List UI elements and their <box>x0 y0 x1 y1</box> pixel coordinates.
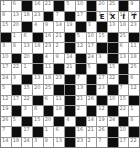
grid-cell[interactable]: 5 <box>76 33 86 43</box>
cell-number: 26 <box>2 117 8 122</box>
grid-cell[interactable]: 6 <box>119 43 129 53</box>
block-cell <box>87 106 97 116</box>
cell-number: 8 <box>130 117 133 122</box>
grid-cell[interactable]: 14 <box>1 138 11 148</box>
cell-number: 19 <box>2 106 8 111</box>
grid-cell[interactable]: 17 <box>97 75 107 85</box>
cell-number: 12 <box>77 43 83 48</box>
cell-number: 3 <box>34 138 37 143</box>
cell-number: 18 <box>23 12 29 17</box>
grid-cell[interactable]: 12 <box>97 106 107 116</box>
grid-cell[interactable]: 13 <box>108 22 118 32</box>
block-cell <box>97 64 107 74</box>
block-cell <box>65 96 75 106</box>
grid-cell[interactable]: 5 <box>1 85 11 95</box>
cell-number: 12 <box>2 96 8 101</box>
cell-number: 17 <box>98 75 104 80</box>
grid-cell[interactable]: 11 <box>44 64 54 74</box>
cell-number: 13 <box>13 12 19 17</box>
block-cell <box>22 22 32 32</box>
grid-cell[interactable]: 19 <box>12 138 22 148</box>
cell-number: 20 <box>98 1 104 6</box>
cell-number: 21 <box>45 1 51 6</box>
cell-number: 4 <box>66 117 69 122</box>
grid-cell[interactable]: 7 <box>97 138 107 148</box>
cell-number: 20 <box>13 22 19 27</box>
cell-number: 1 <box>23 64 26 69</box>
block-cell <box>12 127 22 137</box>
block-cell <box>33 96 43 106</box>
cell-number: 5 <box>77 33 80 38</box>
grid-cell[interactable]: 7 <box>76 75 86 85</box>
block-cell <box>33 54 43 64</box>
grid-cell[interactable]: 1 <box>12 33 22 43</box>
grid-cell[interactable]: 13 <box>76 85 86 95</box>
grid-cell[interactable]: 20 <box>22 54 32 64</box>
block-cell <box>33 127 43 137</box>
cell-number: 21 <box>66 64 72 69</box>
grid-cell[interactable]: 22 <box>108 75 118 85</box>
cell-number: 18 <box>55 106 61 111</box>
block-cell <box>76 64 86 74</box>
grid-cell[interactable]: 21 <box>76 96 86 106</box>
cell-number: 24 <box>109 117 115 122</box>
block-cell <box>119 117 129 127</box>
grid-cell[interactable]: 18 <box>44 75 54 85</box>
grid-cell[interactable]: 6 <box>54 127 64 137</box>
grid-cell[interactable]: 2 <box>76 106 86 116</box>
grid-cell[interactable]: 1 <box>129 106 139 116</box>
cell-number: 18 <box>130 54 136 59</box>
cell-number: 21 <box>77 96 83 101</box>
grid-cell[interactable]: 14 <box>54 22 64 32</box>
grid-cell[interactable]: 22 <box>12 64 22 74</box>
grid-cell[interactable]: 12 <box>129 85 139 95</box>
cell-number: 18 <box>45 75 51 80</box>
grid-cell[interactable]: 16 <box>33 1 43 11</box>
block-cell <box>54 117 64 127</box>
block-cell <box>108 33 118 43</box>
grid-cell[interactable]: 26 <box>87 96 97 106</box>
block-cell <box>76 117 86 127</box>
grid-cell[interactable]: 11 <box>54 96 64 106</box>
grid-cell[interactable]: 5 <box>87 64 97 74</box>
grid-cell[interactable]: 25 <box>119 33 129 43</box>
block-cell <box>97 43 107 53</box>
grid-cell[interactable]: 17 <box>1 64 11 74</box>
grid-cell[interactable]: 24 <box>22 138 32 148</box>
cell-number: 5 <box>2 85 5 90</box>
grid-cell[interactable]: 10 <box>119 127 129 137</box>
block-cell <box>12 54 22 64</box>
cell-number: 10 <box>120 127 126 132</box>
block-cell <box>87 75 97 85</box>
block-cell <box>108 54 118 64</box>
cell-number: 16 <box>34 1 40 6</box>
block-cell <box>97 22 107 32</box>
grid-cell[interactable]: 23 <box>54 75 64 85</box>
cell-number: 17 <box>88 43 94 48</box>
cell-number: 18 <box>34 43 40 48</box>
cell-number: 12 <box>98 106 104 111</box>
grid-cell[interactable]: 13 <box>54 138 64 148</box>
grid-cell[interactable]: 14 <box>87 117 97 127</box>
cell-number: 3 <box>13 75 16 80</box>
grid-cell[interactable]: 16 <box>44 33 54 43</box>
cell-number: 17 <box>120 138 126 143</box>
grid-cell[interactable]: 12 <box>76 43 86 53</box>
cell-number: 3 <box>88 22 91 27</box>
cell-number: 10 <box>88 33 94 38</box>
cell-number: 18 <box>120 22 126 27</box>
cell-number: 22 <box>23 96 29 101</box>
block-cell <box>65 106 75 116</box>
crossword-grid: 1616215102025981318237171E6X11I16T152049… <box>0 0 140 148</box>
grid-cell[interactable]: 3 <box>33 138 43 148</box>
cell-number: 8 <box>13 43 16 48</box>
cell-number: 25 <box>45 85 51 90</box>
block-cell <box>129 33 139 43</box>
block-cell <box>65 75 75 85</box>
cell-number: 7 <box>2 127 5 132</box>
cell-number: 1 <box>13 33 16 38</box>
block-cell <box>65 138 75 148</box>
cell-number: 23 <box>77 138 83 143</box>
grid-cell[interactable]: 23 <box>129 22 139 32</box>
cell-number: 23 <box>98 85 104 90</box>
grid-cell[interactable]: 13 <box>119 54 129 64</box>
cell-number: 26 <box>98 127 104 132</box>
grid-cell[interactable]: 17 <box>76 12 86 22</box>
block-cell <box>129 96 139 106</box>
grid-cell[interactable]: 18 <box>129 54 139 64</box>
grid-cell[interactable]: 23 <box>44 43 54 53</box>
grid-cell[interactable]: 10 <box>76 1 86 11</box>
grid-cell[interactable]: 10 <box>87 33 97 43</box>
grid-cell[interactable]: 3 <box>97 54 107 64</box>
block-cell <box>22 75 32 85</box>
cell-number: 13 <box>109 22 115 27</box>
cell-number: 13 <box>120 54 126 59</box>
cell-number: 15 <box>2 22 8 27</box>
cell-number: 19 <box>98 117 104 122</box>
grid-cell[interactable]: 10 <box>1 54 11 64</box>
cell-number: 24 <box>88 54 94 59</box>
grid-cell[interactable]: 8 <box>33 106 43 116</box>
cell-number: 14 <box>2 138 8 143</box>
grid-cell[interactable]: 16 <box>76 127 86 137</box>
grid-cell[interactable]: 3 <box>12 75 22 85</box>
grid-cell[interactable]: 15 <box>22 85 32 95</box>
cell-number: 13 <box>23 43 29 48</box>
grid-cell[interactable]: 25 <box>108 1 118 11</box>
grid-cell[interactable]: 26 <box>97 127 107 137</box>
grid-cell[interactable]: 6 <box>129 75 139 85</box>
cell-number: 13 <box>77 85 83 90</box>
cell-number: 5 <box>88 64 91 69</box>
grid-cell[interactable]: 19 <box>1 106 11 116</box>
grid-cell[interactable]: 21 <box>54 33 64 43</box>
grid-cell[interactable]: 23 <box>76 138 86 148</box>
block-cell <box>65 12 75 22</box>
grid-cell[interactable]: 17 <box>22 127 32 137</box>
cell-number: 7 <box>98 138 101 143</box>
grid-cell[interactable]: 17 <box>12 96 22 106</box>
grid-cell[interactable]: 6 <box>12 1 22 11</box>
block-cell <box>1 33 11 43</box>
grid-cell[interactable]: 2 <box>87 138 97 148</box>
cell-number: 3 <box>98 54 101 59</box>
grid-cell[interactable]: 4 <box>65 117 75 127</box>
grid-cell[interactable]: 18 <box>54 106 64 116</box>
grid-cell[interactable]: 15 <box>97 33 107 43</box>
grid-cell[interactable]: 26 <box>1 117 11 127</box>
grid-cell[interactable]: 12 <box>1 96 11 106</box>
grid-cell[interactable]: 22 <box>22 96 32 106</box>
cell-number: 9 <box>130 1 133 6</box>
cell-number: 9 <box>55 54 58 59</box>
cell-number: 24 <box>2 75 8 80</box>
grid-cell[interactable]: 24 <box>1 75 11 85</box>
cell-number: 9 <box>45 22 48 27</box>
cell-number: 22 <box>130 138 136 143</box>
grid-cell[interactable]: 13 <box>22 43 32 53</box>
cell-number: 23 <box>45 43 51 48</box>
cell-number: 6 <box>45 96 48 101</box>
cell-number: 8 <box>45 138 48 143</box>
cell-number: 16 <box>77 127 83 132</box>
grid-cell[interactable]: 8 <box>129 117 139 127</box>
cell-number: 8 <box>34 106 37 111</box>
grid-cell[interactable]: 11I <box>119 12 129 22</box>
cell-number: 23 <box>55 75 61 80</box>
grid-cell[interactable]: 5 <box>65 1 75 11</box>
cell-number: 25 <box>120 33 126 38</box>
grid-cell[interactable]: 24 <box>87 54 97 64</box>
cell-number: 13 <box>34 75 40 80</box>
grid-cell[interactable]: 7 <box>119 85 129 95</box>
grid-cell[interactable]: 21 <box>87 127 97 137</box>
grid-cell[interactable]: 15 <box>1 22 11 32</box>
grid-cell[interactable]: 17 <box>119 138 129 148</box>
cell-number: 21 <box>88 127 94 132</box>
block-cell <box>108 106 118 116</box>
cell-number: 22 <box>109 75 115 80</box>
grid-cell[interactable]: 9 <box>54 54 64 64</box>
cell-number: 15 <box>98 33 104 38</box>
cell-number: 14 <box>88 117 94 122</box>
block-cell <box>119 64 129 74</box>
grid-cell[interactable]: 5 <box>12 117 22 127</box>
grid-cell[interactable]: 18 <box>119 22 129 32</box>
starter-letter: I <box>119 14 129 22</box>
cell-number: 1 <box>130 106 133 111</box>
grid-cell[interactable]: 1 <box>1 1 11 11</box>
cell-number: 6 <box>55 127 58 132</box>
grid-cell[interactable]: 22 <box>119 106 129 116</box>
block-cell <box>65 33 75 43</box>
block-cell <box>33 64 43 74</box>
grid-cell[interactable]: 21 <box>65 64 75 74</box>
grid-cell[interactable]: 15 <box>119 96 129 106</box>
grid-cell[interactable]: 8 <box>44 138 54 148</box>
cell-number: 22 <box>13 64 19 69</box>
grid-cell[interactable]: 8 <box>12 43 22 53</box>
cell-number: 23 <box>130 22 136 27</box>
block-cell <box>65 85 75 95</box>
starter-letter: E <box>97 14 107 22</box>
cell-number: 23 <box>34 12 40 17</box>
grid-cell[interactable]: 20 <box>12 22 22 32</box>
cell-number: 25 <box>130 64 136 69</box>
block-cell <box>129 127 139 137</box>
block-cell <box>54 64 64 74</box>
grid-cell[interactable]: 20 <box>33 85 43 95</box>
cell-number: 20 <box>45 117 51 122</box>
grid-cell[interactable]: 11 <box>129 43 139 53</box>
grid-cell[interactable]: 8 <box>1 12 11 22</box>
cell-number: 4 <box>34 22 37 27</box>
block-cell <box>119 75 129 85</box>
cell-number: 21 <box>55 33 61 38</box>
grid-cell[interactable]: 25 <box>129 64 139 74</box>
block-cell <box>44 106 54 116</box>
grid-cell[interactable]: 23 <box>33 12 43 22</box>
cell-number: 20 <box>34 85 40 90</box>
grid-cell[interactable]: 7 <box>54 12 64 22</box>
grid-cell[interactable]: 4 <box>33 22 43 32</box>
cell-number: 1 <box>45 127 48 132</box>
cell-number: 16 <box>45 33 51 38</box>
cell-number: 24 <box>23 138 29 143</box>
block-cell <box>22 1 32 11</box>
grid-cell[interactable]: 19 <box>65 22 75 32</box>
cell-number: 20 <box>23 54 29 59</box>
cell-number: 3 <box>23 106 26 111</box>
grid-cell[interactable]: 9 <box>44 22 54 32</box>
grid-cell[interactable]: 16T <box>129 12 139 22</box>
grid-cell[interactable]: 2 <box>54 43 64 53</box>
block-cell <box>54 1 64 11</box>
cell-number: 15 <box>120 96 126 101</box>
grid-cell[interactable]: 6 <box>44 96 54 106</box>
grid-cell[interactable]: 15 <box>33 117 43 127</box>
block-cell <box>65 43 75 53</box>
grid-cell[interactable]: 9 <box>129 1 139 11</box>
grid-cell[interactable]: 6 <box>22 33 32 43</box>
grid-cell[interactable]: 4 <box>44 54 54 64</box>
grid-cell[interactable]: 21 <box>44 1 54 11</box>
cell-number: 17 <box>23 127 29 132</box>
cell-number: 7 <box>120 85 123 90</box>
block-cell <box>22 117 32 127</box>
grid-cell[interactable]: 19 <box>97 117 107 127</box>
block-cell <box>65 127 75 137</box>
cell-number: 22 <box>120 106 126 111</box>
grid-cell[interactable]: 20 <box>44 117 54 127</box>
cell-number: 5 <box>66 1 69 6</box>
grid-cell[interactable]: 18 <box>33 43 43 53</box>
cell-number: 6 <box>23 33 26 38</box>
grid-cell[interactable]: 13 <box>12 12 22 22</box>
cell-number: 10 <box>77 1 83 6</box>
grid-cell[interactable]: 18 <box>22 12 32 22</box>
block-cell <box>54 85 64 95</box>
block-cell <box>12 106 22 116</box>
cell-number: 3 <box>2 43 5 48</box>
cell-number: 6 <box>130 75 133 80</box>
grid-cell[interactable]: 17 <box>87 43 97 53</box>
block-cell <box>108 85 118 95</box>
cell-number: 2 <box>88 138 91 143</box>
grid-cell[interactable]: 25 <box>44 85 54 95</box>
cell-number: 17 <box>13 96 19 101</box>
cell-number: 10 <box>2 54 8 59</box>
cell-number: 14 <box>55 22 61 27</box>
cell-number: 1 <box>2 1 5 6</box>
grid-cell[interactable]: 20 <box>97 1 107 11</box>
grid-cell[interactable]: 7 <box>1 127 11 137</box>
grid-cell[interactable]: 3 <box>87 22 97 32</box>
grid-cell[interactable]: 13 <box>33 75 43 85</box>
cell-number: 14 <box>66 54 72 59</box>
cell-number: 17 <box>77 12 83 17</box>
grid-cell[interactable]: 1E <box>97 12 107 22</box>
cell-number: 5 <box>13 117 16 122</box>
grid-cell[interactable]: 14 <box>65 54 75 64</box>
starter-letter: T <box>129 14 139 22</box>
cell-number: 7 <box>77 75 80 80</box>
cell-number: 11 <box>130 43 136 48</box>
block-cell <box>76 54 86 64</box>
cell-number: 26 <box>88 96 94 101</box>
grid-cell[interactable]: 22 <box>129 138 139 148</box>
block-cell <box>87 85 97 95</box>
grid-cell[interactable]: 1 <box>22 64 32 74</box>
cell-number: 7 <box>55 12 58 17</box>
cell-number: 11 <box>45 64 51 69</box>
cell-number: 2 <box>77 106 80 111</box>
grid-cell[interactable]: 6X <box>108 12 118 22</box>
cell-number: 15 <box>34 117 40 122</box>
grid-cell[interactable]: 10 <box>108 96 118 106</box>
block-cell <box>108 43 118 53</box>
grid-cell[interactable]: 23 <box>97 85 107 95</box>
block-cell <box>76 22 86 32</box>
block-cell <box>108 138 118 148</box>
grid-cell[interactable]: 1 <box>44 127 54 137</box>
block-cell <box>87 1 97 11</box>
cell-number: 19 <box>13 138 19 143</box>
grid-cell[interactable]: 3 <box>22 106 32 116</box>
cell-number: 10 <box>109 96 115 101</box>
cell-number: 8 <box>2 12 5 17</box>
block-cell <box>33 33 43 43</box>
grid-cell[interactable]: 15 <box>108 64 118 74</box>
block-cell <box>12 85 22 95</box>
block-cell <box>44 12 54 22</box>
cell-number: 13 <box>55 138 61 143</box>
cell-number: 2 <box>55 43 58 48</box>
cell-number: 17 <box>2 64 8 69</box>
block-cell <box>87 12 97 22</box>
block-cell <box>108 127 118 137</box>
cell-number: 4 <box>45 54 48 59</box>
cell-number: 15 <box>109 64 115 69</box>
block-cell <box>119 1 129 11</box>
grid-cell[interactable]: 3 <box>1 43 11 53</box>
grid-cell[interactable]: 24 <box>108 117 118 127</box>
